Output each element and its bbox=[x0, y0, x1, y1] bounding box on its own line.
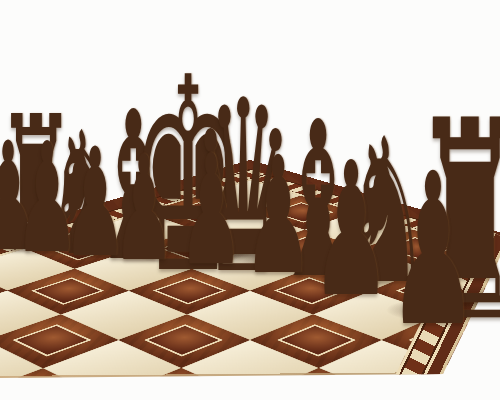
piece-a7-pawn: ♟ bbox=[388, 146, 478, 356]
chess-set-photo: ♜♞♝♚♛♝♞♜♟♟♟♟♟♟♟♟ bbox=[0, 0, 500, 400]
piece-c7-pawn: ♟ bbox=[243, 135, 313, 297]
pieces-layer: ♜♞♝♚♛♝♞♜♟♟♟♟♟♟♟♟ bbox=[0, 0, 500, 400]
piece-d7-pawn: ♟ bbox=[178, 135, 243, 287]
piece-b7-pawn: ♟ bbox=[311, 138, 391, 323]
piece-e7-pawn: ♟ bbox=[113, 136, 175, 281]
